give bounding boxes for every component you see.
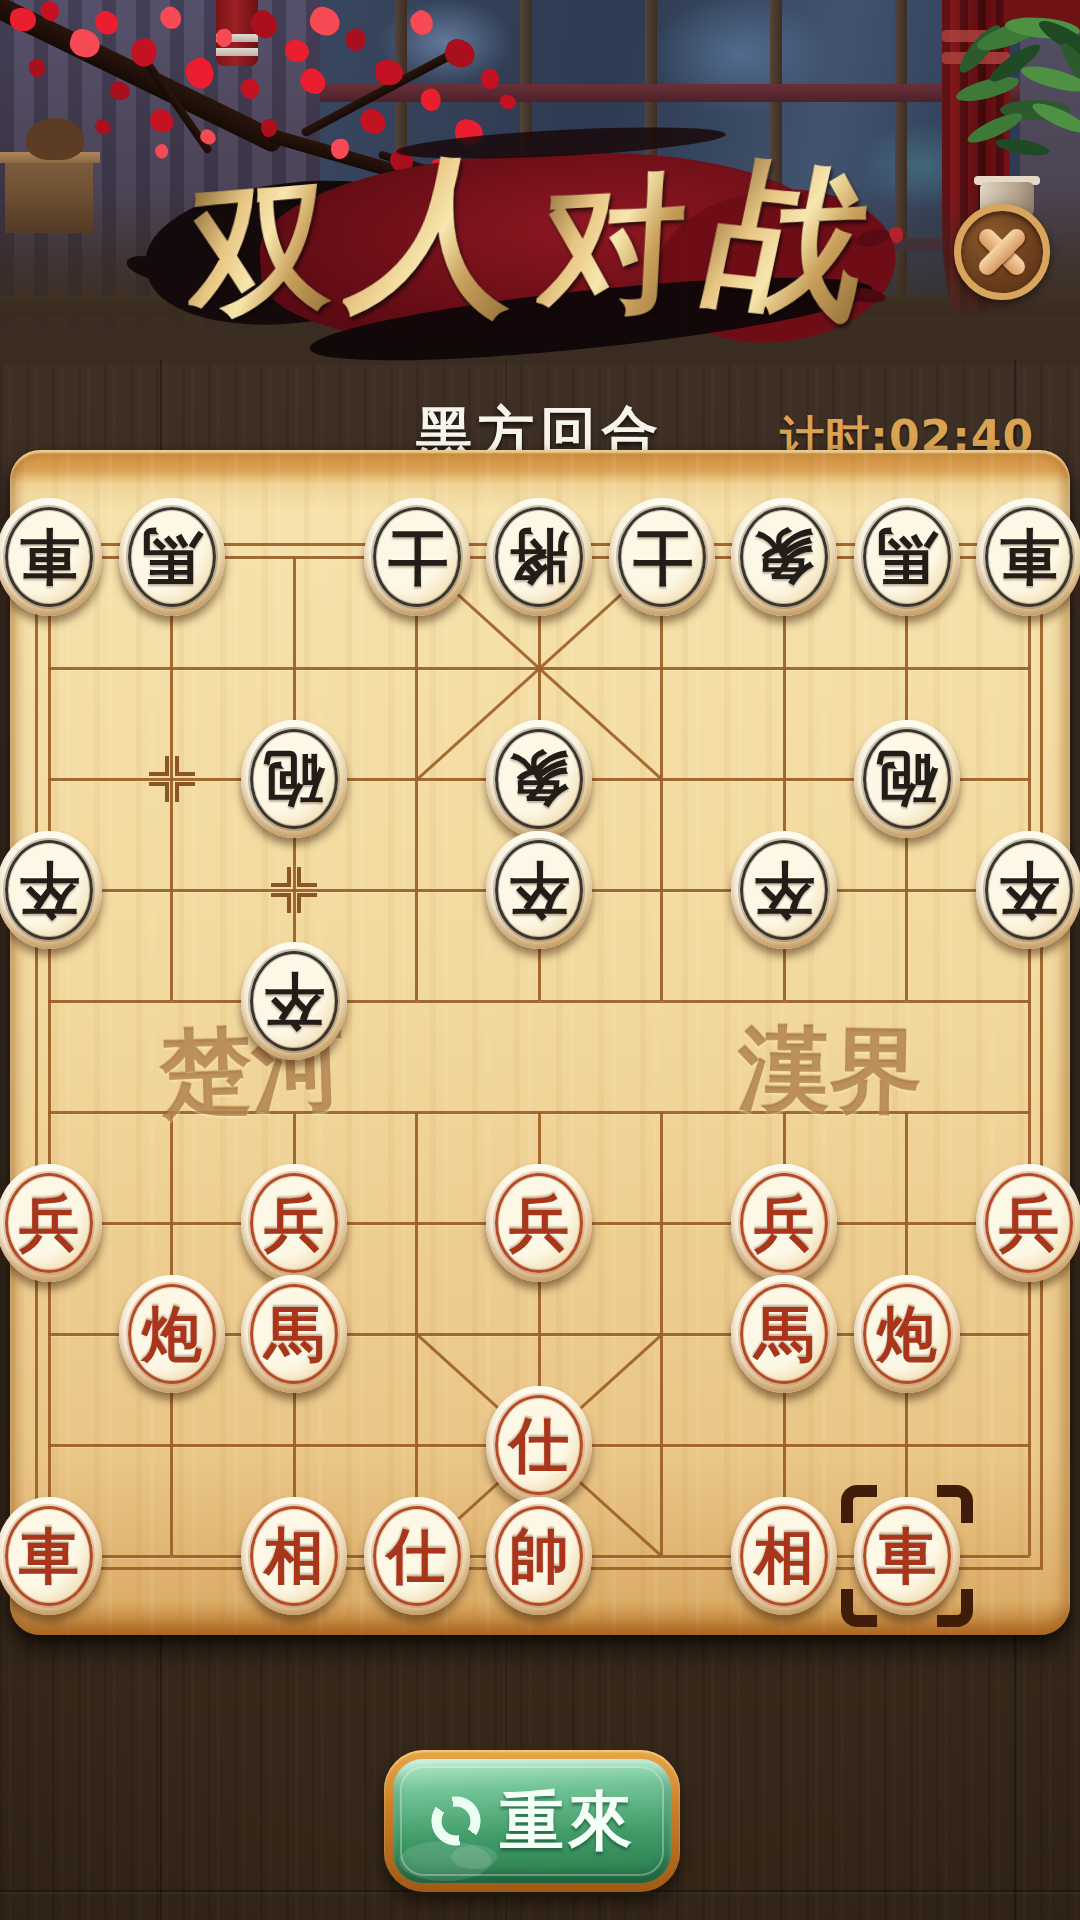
piece-glyph: 兵 bbox=[754, 1193, 814, 1253]
piece-black-horse[interactable]: 馬 bbox=[119, 498, 225, 616]
piece-red-horse[interactable]: 馬 bbox=[241, 1275, 347, 1393]
refresh-icon bbox=[428, 1793, 484, 1849]
piece-glyph: 兵 bbox=[509, 1193, 569, 1253]
piece-red-soldier[interactable]: 兵 bbox=[486, 1164, 592, 1282]
piece-glyph: 象 bbox=[509, 749, 569, 809]
piece-red-soldier[interactable]: 兵 bbox=[241, 1164, 347, 1282]
piece-black-advisor[interactable]: 士 bbox=[609, 498, 715, 616]
piece-black-elephant[interactable]: 象 bbox=[731, 498, 837, 616]
piece-red-soldier[interactable]: 兵 bbox=[0, 1164, 102, 1282]
piece-glyph: 象 bbox=[754, 527, 814, 587]
piece-black-soldier[interactable]: 卒 bbox=[731, 831, 837, 949]
piece-black-general[interactable]: 將 bbox=[486, 498, 592, 616]
piece-black-soldier[interactable]: 卒 bbox=[0, 831, 102, 949]
piece-red-soldier[interactable]: 兵 bbox=[731, 1164, 837, 1282]
piece-red-elephant[interactable]: 相 bbox=[241, 1497, 347, 1615]
restart-label: 重來 bbox=[500, 1778, 636, 1865]
piece-glyph: 馬 bbox=[754, 1304, 814, 1364]
piece-glyph: 卒 bbox=[754, 860, 814, 920]
piece-black-elephant[interactable]: 象 bbox=[486, 720, 592, 838]
piece-black-chariot[interactable]: 車 bbox=[976, 498, 1080, 616]
piece-red-chariot[interactable]: 車 bbox=[0, 1497, 102, 1615]
piece-black-advisor[interactable]: 士 bbox=[364, 498, 470, 616]
piece-glyph: 士 bbox=[632, 527, 692, 587]
piece-glyph: 馬 bbox=[142, 527, 202, 587]
piece-glyph: 相 bbox=[754, 1526, 814, 1586]
piece-glyph: 卒 bbox=[509, 860, 569, 920]
piece-glyph: 卒 bbox=[264, 971, 324, 1031]
piece-black-soldier[interactable]: 卒 bbox=[976, 831, 1080, 949]
piece-black-cannon[interactable]: 砲 bbox=[241, 720, 347, 838]
piece-glyph: 卒 bbox=[999, 860, 1059, 920]
piece-black-soldier[interactable]: 卒 bbox=[486, 831, 592, 949]
piece-glyph: 仕 bbox=[509, 1415, 569, 1475]
piece-glyph: 相 bbox=[264, 1526, 324, 1586]
piece-layer: 車馬士將士象馬車砲象砲卒卒卒卒卒兵兵兵兵兵炮馬馬炮仕車相仕帥相車 bbox=[0, 0, 1080, 1920]
piece-glyph: 帥 bbox=[509, 1526, 569, 1586]
piece-red-soldier[interactable]: 兵 bbox=[976, 1164, 1080, 1282]
piece-glyph: 炮 bbox=[142, 1304, 202, 1364]
piece-black-soldier[interactable]: 卒 bbox=[241, 942, 347, 1060]
piece-glyph: 仕 bbox=[387, 1526, 447, 1586]
piece-red-advisor[interactable]: 仕 bbox=[364, 1497, 470, 1615]
piece-glyph: 兵 bbox=[19, 1193, 79, 1253]
piece-glyph: 兵 bbox=[999, 1193, 1059, 1253]
piece-glyph: 士 bbox=[387, 527, 447, 587]
piece-black-chariot[interactable]: 車 bbox=[0, 498, 102, 616]
piece-glyph: 車 bbox=[19, 527, 79, 587]
piece-red-advisor[interactable]: 仕 bbox=[486, 1386, 592, 1504]
piece-red-cannon[interactable]: 炮 bbox=[119, 1275, 225, 1393]
piece-glyph: 馬 bbox=[264, 1304, 324, 1364]
piece-glyph: 馬 bbox=[877, 527, 937, 587]
piece-red-cannon[interactable]: 炮 bbox=[854, 1275, 960, 1393]
piece-glyph: 卒 bbox=[19, 860, 79, 920]
piece-glyph: 砲 bbox=[877, 749, 937, 809]
piece-glyph: 車 bbox=[999, 527, 1059, 587]
piece-red-horse[interactable]: 馬 bbox=[731, 1275, 837, 1393]
piece-glyph: 兵 bbox=[264, 1193, 324, 1253]
piece-glyph: 車 bbox=[19, 1526, 79, 1586]
piece-red-general[interactable]: 帥 bbox=[486, 1497, 592, 1615]
game-screen: 双人对战 黑方回合 计时:02:40 楚河漢界 車馬士將士象馬車砲象砲卒卒卒卒卒… bbox=[0, 0, 1080, 1920]
piece-black-cannon[interactable]: 砲 bbox=[854, 720, 960, 838]
selected-piece-bracket bbox=[841, 1485, 973, 1627]
piece-red-elephant[interactable]: 相 bbox=[731, 1497, 837, 1615]
piece-glyph: 砲 bbox=[264, 749, 324, 809]
piece-glyph: 將 bbox=[509, 527, 569, 587]
piece-glyph: 炮 bbox=[877, 1304, 937, 1364]
piece-black-horse[interactable]: 馬 bbox=[854, 498, 960, 616]
restart-button[interactable]: 重來 bbox=[384, 1750, 680, 1892]
